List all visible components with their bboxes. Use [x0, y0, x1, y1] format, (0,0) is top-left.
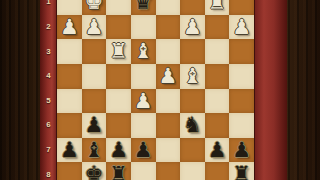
- square-d6[interactable]: [156, 113, 181, 138]
- white-rook-f3: ♜: [109, 39, 128, 64]
- square-a8[interactable]: ♜: [229, 162, 254, 180]
- square-a5[interactable]: [229, 89, 254, 114]
- square-f1[interactable]: [106, 0, 131, 15]
- square-c3[interactable]: [180, 39, 205, 64]
- square-d3[interactable]: [156, 39, 181, 64]
- black-pawn-h7: ♟: [60, 138, 79, 163]
- board-frame-right: [254, 0, 287, 180]
- rank-label-1: 1: [40, 0, 57, 7]
- square-e2[interactable]: [131, 15, 156, 40]
- black-rook-a8: ♜: [232, 162, 251, 180]
- square-e3[interactable]: ♝: [131, 39, 156, 64]
- black-king-g8: ♚: [85, 162, 104, 180]
- black-pawn-b7: ♟: [208, 138, 227, 163]
- chess-board: ♚♛♜♟♟♟♟♜♝♟♝♟♟♞♟♝♟♟♟♟♚♜♜: [57, 0, 254, 180]
- black-knight-c6: ♞: [183, 113, 202, 138]
- white-king-g1: ♚: [85, 0, 104, 15]
- square-c6[interactable]: ♞: [180, 113, 205, 138]
- square-g1[interactable]: ♚: [82, 0, 107, 15]
- square-h4[interactable]: [57, 64, 82, 89]
- white-pawn-a2: ♟: [232, 15, 251, 40]
- black-pawn-f7: ♟: [109, 138, 128, 163]
- white-pawn-d4: ♟: [158, 64, 177, 89]
- square-g6[interactable]: ♟: [82, 113, 107, 138]
- square-f2[interactable]: [106, 15, 131, 40]
- square-c7[interactable]: [180, 138, 205, 163]
- square-f4[interactable]: [106, 64, 131, 89]
- square-h1[interactable]: [57, 0, 82, 15]
- black-queen-e1: ♛: [134, 0, 153, 15]
- square-e8[interactable]: [131, 162, 156, 180]
- rank-label-4: 4: [40, 71, 57, 81]
- square-a1[interactable]: [229, 0, 254, 15]
- black-pawn-g6: ♟: [85, 113, 104, 138]
- square-h8[interactable]: [57, 162, 82, 180]
- white-rook-b1: ♜: [208, 0, 227, 15]
- rank-label-5: 5: [40, 96, 57, 106]
- square-b2[interactable]: [205, 15, 230, 40]
- square-d5[interactable]: [156, 89, 181, 114]
- square-a6[interactable]: [229, 113, 254, 138]
- square-f7[interactable]: ♟: [106, 138, 131, 163]
- rank-label-2: 2: [40, 22, 57, 32]
- square-a7[interactable]: ♟: [229, 138, 254, 163]
- square-g3[interactable]: [82, 39, 107, 64]
- square-d2[interactable]: [156, 15, 181, 40]
- square-b6[interactable]: [205, 113, 230, 138]
- square-g8[interactable]: ♚: [82, 162, 107, 180]
- square-e1[interactable]: ♛: [131, 0, 156, 15]
- square-a3[interactable]: [229, 39, 254, 64]
- square-b8[interactable]: [205, 162, 230, 180]
- square-a2[interactable]: ♟: [229, 15, 254, 40]
- square-f8[interactable]: ♜: [106, 162, 131, 180]
- rank-label-6: 6: [40, 120, 57, 130]
- square-e6[interactable]: [131, 113, 156, 138]
- square-d4[interactable]: ♟: [156, 64, 181, 89]
- square-b1[interactable]: ♜: [205, 0, 230, 15]
- rank-label-3: 3: [40, 47, 57, 57]
- black-bishop-g7: ♝: [85, 138, 104, 163]
- square-c8[interactable]: [180, 162, 205, 180]
- square-c5[interactable]: [180, 89, 205, 114]
- square-b4[interactable]: [205, 64, 230, 89]
- square-f3[interactable]: ♜: [106, 39, 131, 64]
- square-d8[interactable]: [156, 162, 181, 180]
- square-b5[interactable]: [205, 89, 230, 114]
- square-h3[interactable]: [57, 39, 82, 64]
- rank-label-7: 7: [40, 145, 57, 155]
- white-pawn-h2: ♟: [60, 15, 79, 40]
- square-c1[interactable]: [180, 0, 205, 15]
- board-frame-left: 12345678: [40, 0, 57, 180]
- white-pawn-e5: ♟: [134, 89, 153, 114]
- square-h6[interactable]: [57, 113, 82, 138]
- square-c4[interactable]: ♝: [180, 64, 205, 89]
- square-h7[interactable]: ♟: [57, 138, 82, 163]
- square-e5[interactable]: ♟: [131, 89, 156, 114]
- black-pawn-e7: ♟: [134, 138, 153, 163]
- square-b3[interactable]: [205, 39, 230, 64]
- rank-label-8: 8: [40, 170, 57, 180]
- square-g5[interactable]: [82, 89, 107, 114]
- square-g7[interactable]: ♝: [82, 138, 107, 163]
- square-h5[interactable]: [57, 89, 82, 114]
- square-b7[interactable]: ♟: [205, 138, 230, 163]
- black-pawn-a7: ♟: [232, 138, 251, 163]
- square-d1[interactable]: [156, 0, 181, 15]
- square-g4[interactable]: [82, 64, 107, 89]
- white-pawn-c2: ♟: [183, 15, 202, 40]
- square-c2[interactable]: ♟: [180, 15, 205, 40]
- white-pawn-g2: ♟: [85, 15, 104, 40]
- white-bishop-e3: ♝: [134, 39, 153, 64]
- square-e4[interactable]: [131, 64, 156, 89]
- square-f6[interactable]: [106, 113, 131, 138]
- square-e7[interactable]: ♟: [131, 138, 156, 163]
- square-g2[interactable]: ♟: [82, 15, 107, 40]
- black-rook-f8: ♜: [109, 162, 128, 180]
- chess-diagram: 12345678 ♚♛♜♟♟♟♟♜♝♟♝♟♟♞♟♝♟♟♟♟♚♜♜: [0, 0, 320, 180]
- square-h2[interactable]: ♟: [57, 15, 82, 40]
- square-f5[interactable]: [106, 89, 131, 114]
- square-d7[interactable]: [156, 138, 181, 163]
- square-a4[interactable]: [229, 64, 254, 89]
- white-bishop-c4: ♝: [183, 64, 202, 89]
